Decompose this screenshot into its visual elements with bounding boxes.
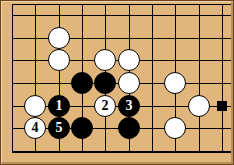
grid-hline (12, 151, 231, 153)
go-diagram: 12345 (0, 0, 234, 165)
black-stone (71, 117, 93, 139)
white-stone (94, 49, 116, 71)
black-stone (94, 72, 116, 94)
white-stone (24, 95, 46, 117)
grid-hline (12, 38, 231, 39)
white-stone-move-2: 2 (94, 95, 116, 117)
white-stone (164, 72, 186, 94)
grid-top-clip-line (12, 4, 231, 5)
white-stone (164, 117, 186, 139)
grid-vline (222, 4, 223, 153)
grid-vline (12, 4, 13, 153)
black-stone-move-3: 3 (118, 95, 140, 117)
grid-vline (152, 4, 153, 153)
grid-hline (12, 15, 231, 16)
grid-vline (199, 4, 200, 153)
white-stone-move-4: 4 (24, 117, 46, 139)
black-stone (118, 117, 140, 139)
white-stone (188, 95, 210, 117)
white-stone (48, 49, 70, 71)
black-stone-move-5: 5 (48, 117, 70, 139)
black-stone-move-1: 1 (48, 95, 70, 117)
white-stone (118, 49, 140, 71)
white-stone (118, 72, 140, 94)
black-stone (71, 72, 93, 94)
square-mark (217, 101, 227, 111)
white-stone (48, 27, 70, 49)
